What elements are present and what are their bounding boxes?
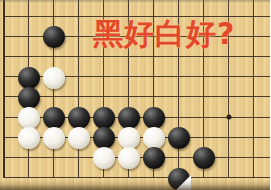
black-stone: [143, 147, 165, 169]
white-stone: [118, 147, 140, 169]
go-puzzle-screenshot: 黑好白好?: [0, 0, 270, 190]
black-stone: [18, 87, 40, 109]
white-stone: [118, 127, 140, 149]
white-stone: [143, 127, 165, 149]
grid-hline: [3, 177, 271, 178]
grid-hline: [3, 96, 271, 97]
white-stone: [43, 127, 65, 149]
white-stone: [43, 67, 65, 89]
bottom-edge-shadow: [0, 180, 270, 190]
white-stone: [18, 107, 40, 129]
grid-hline: [3, 56, 271, 57]
question-banner: 黑好白好?: [93, 17, 243, 53]
black-stone: [118, 107, 140, 129]
grid-vline: [253, 0, 254, 178]
black-stone: [143, 107, 165, 129]
black-stone: [93, 107, 115, 129]
board-left-edge-line: [3, 0, 5, 178]
grid-vline: [78, 0, 79, 178]
black-stone: [68, 107, 90, 129]
black-stone: [18, 67, 40, 89]
white-stone: [68, 127, 90, 149]
black-stone: [43, 26, 65, 48]
star-point: [226, 115, 231, 120]
black-stone: [193, 147, 215, 169]
black-stone: [93, 127, 115, 149]
black-stone: [168, 127, 190, 149]
black-stone: [43, 107, 65, 129]
top-edge-shadow: [0, 0, 270, 3]
go-board[interactable]: 黑好白好?: [0, 0, 270, 190]
white-stone: [18, 127, 40, 149]
white-stone: [93, 147, 115, 169]
